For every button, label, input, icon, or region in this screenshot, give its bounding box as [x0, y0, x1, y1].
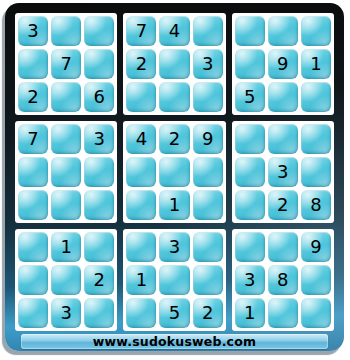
cell-r3c6[interactable]: [193, 82, 223, 112]
cell-r4c1[interactable]: 7: [18, 124, 48, 154]
cell-r2c4[interactable]: 2: [126, 49, 156, 79]
cell-r9c9[interactable]: [301, 298, 331, 328]
cell-r6c6[interactable]: [193, 190, 223, 220]
box-3-1: 123: [15, 229, 117, 331]
cell-r8c2[interactable]: [51, 265, 81, 295]
cell-r3c8[interactable]: [268, 82, 298, 112]
cell-r9c7[interactable]: 1: [235, 298, 265, 328]
sudoku-page: 3726742391573429132812331529381 www.sudo…: [0, 0, 350, 360]
box-3-2: 3152: [123, 229, 225, 331]
cell-r5c2[interactable]: [51, 157, 81, 187]
cell-r5c3[interactable]: [84, 157, 114, 187]
sudoku-board: 3726742391573429132812331529381: [15, 13, 334, 331]
cell-r8c6[interactable]: [193, 265, 223, 295]
cell-r6c5[interactable]: 1: [159, 190, 189, 220]
cell-r6c2[interactable]: [51, 190, 81, 220]
cell-r5c1[interactable]: [18, 157, 48, 187]
cell-r6c3[interactable]: [84, 190, 114, 220]
cell-r7c1[interactable]: [18, 232, 48, 262]
box-2-2: 4291: [123, 121, 225, 223]
cell-r7c9[interactable]: 9: [301, 232, 331, 262]
cell-r9c3[interactable]: [84, 298, 114, 328]
cell-r8c9[interactable]: [301, 265, 331, 295]
cell-r3c2[interactable]: [51, 82, 81, 112]
cell-r1c9[interactable]: [301, 16, 331, 46]
cell-r4c3[interactable]: 3: [84, 124, 114, 154]
cell-r7c8[interactable]: [268, 232, 298, 262]
cell-r5c5[interactable]: [159, 157, 189, 187]
cell-r8c5[interactable]: [159, 265, 189, 295]
cell-r1c5[interactable]: 4: [159, 16, 189, 46]
box-2-3: 328: [232, 121, 334, 223]
cell-r1c8[interactable]: [268, 16, 298, 46]
cell-r4c6[interactable]: 9: [193, 124, 223, 154]
cell-r9c6[interactable]: 2: [193, 298, 223, 328]
cell-r9c2[interactable]: 3: [51, 298, 81, 328]
cell-r5c8[interactable]: 3: [268, 157, 298, 187]
cell-r6c7[interactable]: [235, 190, 265, 220]
cell-r8c3[interactable]: 2: [84, 265, 114, 295]
box-1-2: 7423: [123, 13, 225, 115]
box-2-1: 73: [15, 121, 117, 223]
cell-r8c8[interactable]: 8: [268, 265, 298, 295]
cell-r2c1[interactable]: [18, 49, 48, 79]
cell-r5c7[interactable]: [235, 157, 265, 187]
cell-r3c7[interactable]: 5: [235, 82, 265, 112]
cell-r3c4[interactable]: [126, 82, 156, 112]
cell-r2c7[interactable]: [235, 49, 265, 79]
cell-r6c1[interactable]: [18, 190, 48, 220]
cell-r8c1[interactable]: [18, 265, 48, 295]
cell-r1c7[interactable]: [235, 16, 265, 46]
cell-r5c6[interactable]: [193, 157, 223, 187]
cell-r8c7[interactable]: 3: [235, 265, 265, 295]
cell-r2c6[interactable]: 3: [193, 49, 223, 79]
cell-r1c6[interactable]: [193, 16, 223, 46]
website-link[interactable]: www.sudokusweb.com: [93, 334, 256, 349]
cell-r4c7[interactable]: [235, 124, 265, 154]
cell-r5c4[interactable]: [126, 157, 156, 187]
cell-r3c3[interactable]: 6: [84, 82, 114, 112]
cell-r5c9[interactable]: [301, 157, 331, 187]
board-frame: 3726742391573429132812331529381 www.sudo…: [5, 3, 344, 351]
cell-r7c3[interactable]: [84, 232, 114, 262]
cell-r2c5[interactable]: [159, 49, 189, 79]
cell-r4c5[interactable]: 2: [159, 124, 189, 154]
cell-r1c4[interactable]: 7: [126, 16, 156, 46]
cell-r1c2[interactable]: [51, 16, 81, 46]
cell-r8c4[interactable]: 1: [126, 265, 156, 295]
cell-r1c3[interactable]: [84, 16, 114, 46]
cell-r4c9[interactable]: [301, 124, 331, 154]
footer-bar: www.sudokusweb.com: [21, 334, 328, 349]
cell-r2c8[interactable]: 9: [268, 49, 298, 79]
cell-r4c4[interactable]: 4: [126, 124, 156, 154]
cell-r1c1[interactable]: 3: [18, 16, 48, 46]
cell-r7c7[interactable]: [235, 232, 265, 262]
cell-r6c9[interactable]: 8: [301, 190, 331, 220]
box-1-1: 3726: [15, 13, 117, 115]
cell-r4c8[interactable]: [268, 124, 298, 154]
box-1-3: 915: [232, 13, 334, 115]
cell-r2c3[interactable]: [84, 49, 114, 79]
cell-r3c5[interactable]: [159, 82, 189, 112]
cell-r9c5[interactable]: 5: [159, 298, 189, 328]
cell-r2c2[interactable]: 7: [51, 49, 81, 79]
cell-r7c2[interactable]: 1: [51, 232, 81, 262]
cell-r3c1[interactable]: 2: [18, 82, 48, 112]
cell-r9c8[interactable]: [268, 298, 298, 328]
cell-r9c1[interactable]: [18, 298, 48, 328]
cell-r6c8[interactable]: 2: [268, 190, 298, 220]
box-3-3: 9381: [232, 229, 334, 331]
cell-r9c4[interactable]: [126, 298, 156, 328]
cell-r7c5[interactable]: 3: [159, 232, 189, 262]
cell-r3c9[interactable]: [301, 82, 331, 112]
cell-r4c2[interactable]: [51, 124, 81, 154]
cell-r7c6[interactable]: [193, 232, 223, 262]
cell-r2c9[interactable]: 1: [301, 49, 331, 79]
cell-r6c4[interactable]: [126, 190, 156, 220]
cell-r7c4[interactable]: [126, 232, 156, 262]
